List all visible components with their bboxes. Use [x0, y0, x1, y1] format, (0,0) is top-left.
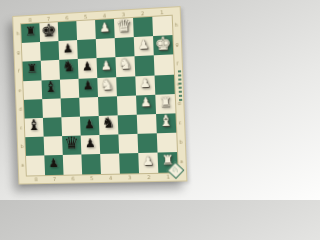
square-g1[interactable]: ♚ — [153, 35, 173, 55]
square-h5[interactable] — [76, 20, 95, 40]
coord-label-right-h: h — [173, 15, 180, 35]
square-g2[interactable]: ♟ — [134, 36, 154, 56]
square-e7[interactable]: ♝ — [41, 79, 60, 99]
board-grid: ♜♚♟♛♟♟♚♜♞♟♟♞♝♟♞♟♟♜♝♟♞♝♛♟♟♟♜ — [21, 16, 178, 175]
square-b6[interactable]: ♛ — [62, 136, 81, 156]
knight-logo-icon: ♘ — [171, 166, 179, 174]
piece-black-queen-b6[interactable]: ♛ — [64, 135, 80, 152]
square-c8[interactable]: ♝ — [25, 118, 44, 137]
coord-label-top-4: 4 — [95, 12, 114, 19]
piece-white-queen-h3[interactable]: ♛ — [116, 17, 132, 35]
square-a6[interactable] — [63, 155, 82, 174]
coord-label-bottom-8: 8 — [27, 176, 46, 182]
square-f2[interactable] — [135, 56, 155, 76]
coord-label-left-f: f — [16, 62, 22, 81]
square-c2[interactable] — [137, 114, 157, 134]
coord-label-left-a: a — [19, 156, 25, 175]
piece-white-pawn-h4[interactable]: ♟ — [99, 21, 110, 34]
square-e4[interactable]: ♞ — [97, 77, 117, 97]
coord-label-left-b: b — [19, 137, 25, 156]
coord-label-bottom-3: 3 — [120, 174, 139, 180]
square-a3[interactable] — [119, 153, 139, 173]
square-d6[interactable] — [61, 97, 80, 117]
square-h8[interactable]: ♜ — [21, 23, 40, 43]
coord-label-left-d: d — [17, 100, 23, 119]
coord-label-bottom-6: 6 — [64, 175, 83, 181]
piece-black-pawn-a7[interactable]: ♟ — [48, 157, 59, 169]
square-a8[interactable] — [26, 156, 45, 175]
square-h7[interactable]: ♚ — [39, 22, 58, 42]
square-a7[interactable]: ♟ — [44, 155, 63, 174]
coordinate-labels-bottom: 87654321 — [27, 173, 178, 182]
piece-white-knight-e4[interactable]: ♞ — [100, 77, 114, 93]
piece-black-king-h7[interactable]: ♚ — [41, 21, 57, 40]
piece-black-rook-f8[interactable]: ♜ — [26, 62, 38, 75]
square-a4[interactable] — [100, 154, 120, 174]
coord-label-right-b: b — [177, 133, 184, 153]
square-f6[interactable]: ♞ — [59, 59, 78, 79]
square-a5[interactable] — [81, 154, 101, 174]
square-h6[interactable] — [58, 21, 77, 41]
coord-label-left-e: e — [17, 81, 23, 100]
square-b8[interactable] — [25, 137, 44, 156]
square-b1[interactable] — [157, 133, 177, 153]
piece-white-pawn-a2[interactable]: ♟ — [142, 155, 153, 167]
square-c7[interactable] — [43, 117, 62, 137]
square-c4[interactable]: ♞ — [99, 115, 119, 135]
square-e1[interactable] — [155, 74, 175, 94]
square-b2[interactable] — [138, 133, 158, 153]
piece-white-pawn-e2[interactable]: ♟ — [139, 77, 150, 90]
square-h3[interactable]: ♛ — [114, 18, 134, 38]
square-f3[interactable]: ♞ — [115, 57, 135, 77]
piece-black-pawn-f5[interactable]: ♟ — [82, 60, 93, 72]
coord-label-bottom-7: 7 — [45, 176, 64, 182]
square-f5[interactable]: ♟ — [78, 58, 97, 78]
piece-white-knight-f3[interactable]: ♞ — [118, 57, 132, 73]
square-g4[interactable] — [96, 38, 116, 58]
square-c5[interactable]: ♟ — [80, 116, 99, 136]
square-e5[interactable]: ♟ — [79, 78, 98, 98]
coord-label-bottom-5: 5 — [82, 175, 101, 181]
coord-label-right-g: g — [173, 35, 180, 55]
piece-white-rook-d1[interactable]: ♜ — [159, 95, 171, 109]
square-b4[interactable] — [99, 135, 119, 155]
square-g7[interactable] — [40, 41, 59, 61]
piece-black-pawn-e5[interactable]: ♟ — [83, 79, 94, 91]
coord-label-left-c: c — [18, 118, 24, 137]
square-e2[interactable]: ♟ — [135, 75, 155, 95]
square-b5[interactable]: ♟ — [81, 135, 101, 155]
piece-black-bishop-c8[interactable]: ♝ — [27, 118, 40, 133]
square-e6[interactable] — [60, 78, 79, 98]
square-d7[interactable] — [42, 98, 61, 118]
square-e3[interactable] — [116, 76, 136, 96]
coord-label-top-5: 5 — [76, 13, 95, 20]
piece-white-pawn-d2[interactable]: ♟ — [140, 96, 151, 109]
square-g8[interactable] — [22, 42, 41, 62]
coord-label-left-h: h — [14, 24, 20, 43]
square-f8[interactable]: ♜ — [23, 61, 42, 81]
coord-label-top-2: 2 — [133, 10, 152, 17]
chess-board: 87654321 87654321 hgfedcba hgfedcba ♜♚♟♛… — [12, 6, 187, 184]
square-g5[interactable] — [77, 39, 96, 59]
square-e8[interactable] — [23, 80, 42, 100]
piece-white-king-g1[interactable]: ♚ — [154, 34, 171, 53]
coord-label-top-8: 8 — [21, 16, 39, 23]
square-a2[interactable]: ♟ — [138, 153, 158, 173]
square-d3[interactable] — [117, 95, 137, 115]
square-c1[interactable]: ♝ — [156, 113, 176, 133]
coord-label-bottom-2: 2 — [139, 174, 159, 180]
piece-black-pawn-g6[interactable]: ♟ — [63, 42, 74, 54]
piece-black-pawn-b5[interactable]: ♟ — [85, 137, 96, 149]
coord-label-top-1: 1 — [152, 9, 172, 16]
brand-logo: ♘ — [167, 162, 183, 178]
coord-label-left-g: g — [15, 43, 21, 62]
piece-black-knight-c4[interactable]: ♞ — [101, 115, 115, 130]
piece-black-pawn-c5[interactable]: ♟ — [84, 118, 95, 130]
piece-black-rook-h8[interactable]: ♜ — [25, 25, 37, 38]
square-b7[interactable] — [44, 136, 63, 155]
square-f1[interactable] — [154, 55, 174, 75]
piece-white-pawn-g2[interactable]: ♟ — [138, 38, 149, 51]
square-h4[interactable]: ♟ — [95, 19, 115, 39]
piece-white-pawn-f4[interactable]: ♟ — [101, 59, 112, 72]
square-d2[interactable]: ♟ — [136, 95, 156, 115]
square-c3[interactable] — [118, 115, 138, 135]
piece-black-bishop-e7[interactable]: ♝ — [44, 79, 58, 94]
piece-black-knight-f6[interactable]: ♞ — [62, 60, 76, 75]
square-h2[interactable] — [133, 17, 153, 37]
square-d5[interactable] — [79, 97, 98, 117]
coord-label-bottom-4: 4 — [101, 175, 120, 181]
coord-label-top-6: 6 — [58, 14, 77, 21]
photo-background: 87654321 87654321 hgfedcba hgfedcba ♜♚♟♛… — [0, 0, 200, 200]
square-b3[interactable] — [118, 134, 138, 154]
piece-white-bishop-c1[interactable]: ♝ — [159, 113, 173, 129]
coord-label-right-c: c — [177, 113, 184, 133]
